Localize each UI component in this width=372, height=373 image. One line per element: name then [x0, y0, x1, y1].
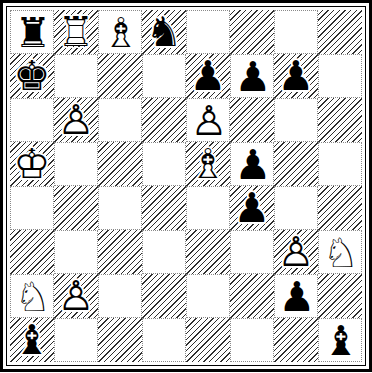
square-h8[interactable]	[318, 10, 362, 54]
piece-glyph: ♝	[10, 318, 54, 362]
piece-glyph: ♖	[54, 10, 98, 54]
piece-black-pawn-e7[interactable]: ♟♟	[186, 54, 230, 98]
square-b8[interactable]: ♜♖	[54, 10, 98, 54]
piece-glyph: ♜	[11, 11, 55, 55]
piece-glyph: ♔	[10, 142, 54, 186]
square-e8[interactable]	[186, 10, 230, 54]
piece-black-pawn-g7[interactable]: ♟♟	[274, 54, 318, 98]
square-a7[interactable]: ♚♚	[10, 54, 54, 98]
square-c4[interactable]	[98, 186, 142, 230]
square-b2[interactable]: ♟♙	[54, 274, 98, 318]
piece-glyph: ♙	[54, 274, 98, 318]
piece-glyph: ♘	[11, 275, 55, 319]
square-f4[interactable]: ♟♟	[230, 186, 274, 230]
piece-black-rook-a8[interactable]: ♜♜	[11, 11, 55, 55]
piece-glyph: ♗	[186, 142, 230, 186]
square-d5[interactable]	[142, 142, 186, 186]
piece-black-bishop-h1[interactable]: ♝♝	[319, 319, 363, 363]
board-frame-inner: ♜♜♜♖♝♗♞♞♚♚♟♟♟♟♟♟♟♙♟♙♚♔♝♗♟♟♟♟♟♙♞♘♞♘♟♙♟♟♝♝…	[6, 6, 366, 366]
square-d7[interactable]	[142, 54, 186, 98]
square-h4[interactable]	[318, 186, 362, 230]
piece-glyph: ♟	[275, 275, 319, 319]
square-g8[interactable]	[274, 10, 318, 54]
piece-glyph: ♗	[99, 11, 143, 55]
square-a6[interactable]	[10, 98, 54, 142]
square-d1[interactable]	[142, 318, 186, 362]
piece-glyph: ♚	[10, 54, 54, 98]
square-d8[interactable]: ♞♞	[142, 10, 186, 54]
piece-black-pawn-f7[interactable]: ♟♟	[231, 55, 275, 99]
square-e7[interactable]: ♟♟	[186, 54, 230, 98]
piece-white-bishop-e5[interactable]: ♝♗	[186, 142, 230, 186]
square-h6[interactable]	[318, 98, 362, 142]
piece-glyph: ♟	[231, 55, 275, 99]
square-d2[interactable]	[142, 274, 186, 318]
square-f5[interactable]: ♟♟	[230, 142, 274, 186]
square-e2[interactable]	[186, 274, 230, 318]
square-b1[interactable]	[54, 318, 98, 362]
piece-white-pawn-b6[interactable]: ♟♙	[54, 98, 98, 142]
board-frame: ♜♜♜♖♝♗♞♞♚♚♟♟♟♟♟♟♟♙♟♙♚♔♝♗♟♟♟♟♟♙♞♘♞♘♟♙♟♟♝♝…	[0, 0, 372, 372]
piece-glyph: ♙	[274, 230, 318, 274]
piece-glyph: ♟	[230, 186, 274, 230]
piece-glyph: ♝	[319, 319, 363, 363]
square-h2[interactable]	[318, 274, 362, 318]
piece-black-pawn-g2[interactable]: ♟♟	[275, 275, 319, 319]
square-h7[interactable]	[318, 54, 362, 98]
square-d6[interactable]	[142, 98, 186, 142]
piece-black-knight-d8[interactable]: ♞♞	[142, 10, 186, 54]
piece-black-king-a7[interactable]: ♚♚	[10, 54, 54, 98]
square-e3[interactable]	[186, 230, 230, 274]
square-e1[interactable]	[186, 318, 230, 362]
square-b3[interactable]	[54, 230, 98, 274]
square-g6[interactable]	[274, 98, 318, 142]
square-b7[interactable]	[54, 54, 98, 98]
square-g1[interactable]	[274, 318, 318, 362]
square-f2[interactable]	[230, 274, 274, 318]
square-d3[interactable]	[142, 230, 186, 274]
square-c7[interactable]	[98, 54, 142, 98]
piece-white-knight-a2[interactable]: ♞♘	[11, 275, 55, 319]
square-g4[interactable]	[274, 186, 318, 230]
piece-black-pawn-f4[interactable]: ♟♟	[230, 186, 274, 230]
square-a8[interactable]: ♜♜	[10, 10, 54, 54]
square-a3[interactable]	[10, 230, 54, 274]
square-h1[interactable]: ♝♝	[318, 318, 362, 362]
square-c1[interactable]	[98, 318, 142, 362]
piece-white-knight-h3[interactable]: ♞♘	[319, 231, 363, 275]
square-g2[interactable]: ♟♟	[274, 274, 318, 318]
square-e6[interactable]: ♟♙	[186, 98, 230, 142]
piece-white-pawn-g3[interactable]: ♟♙	[274, 230, 318, 274]
square-b5[interactable]	[54, 142, 98, 186]
piece-white-king-a5[interactable]: ♚♔	[10, 142, 54, 186]
piece-white-rook-b8[interactable]: ♜♖	[54, 10, 98, 54]
piece-white-pawn-b2[interactable]: ♟♙	[54, 274, 98, 318]
square-a5[interactable]: ♚♔	[10, 142, 54, 186]
square-a4[interactable]	[10, 186, 54, 230]
square-f7[interactable]: ♟♟	[230, 54, 274, 98]
square-a2[interactable]: ♞♘	[10, 274, 54, 318]
piece-glyph: ♟	[186, 54, 230, 98]
square-h5[interactable]	[318, 142, 362, 186]
square-f8[interactable]	[230, 10, 274, 54]
piece-glyph: ♞	[142, 10, 186, 54]
square-c8[interactable]: ♝♗	[98, 10, 142, 54]
piece-white-pawn-e6[interactable]: ♟♙	[187, 99, 231, 143]
square-f1[interactable]	[230, 318, 274, 362]
square-c6[interactable]	[98, 98, 142, 142]
square-g5[interactable]	[274, 142, 318, 186]
square-g7[interactable]: ♟♟	[274, 54, 318, 98]
piece-glyph: ♙	[187, 99, 231, 143]
piece-glyph: ♟	[231, 143, 275, 187]
square-c2[interactable]	[98, 274, 142, 318]
square-f3[interactable]	[230, 230, 274, 274]
square-a1[interactable]: ♝♝	[10, 318, 54, 362]
square-f6[interactable]	[230, 98, 274, 142]
square-c5[interactable]	[98, 142, 142, 186]
square-b4[interactable]	[54, 186, 98, 230]
piece-black-pawn-f5[interactable]: ♟♟	[231, 143, 275, 187]
square-e5[interactable]: ♝♗	[186, 142, 230, 186]
chess-board: ♜♜♜♖♝♗♞♞♚♚♟♟♟♟♟♟♟♙♟♙♚♔♝♗♟♟♟♟♟♙♞♘♞♘♟♙♟♟♝♝…	[10, 10, 362, 362]
square-d4[interactable]	[142, 186, 186, 230]
square-b6[interactable]: ♟♙	[54, 98, 98, 142]
square-g3[interactable]: ♟♙	[274, 230, 318, 274]
piece-glyph: ♘	[319, 231, 363, 275]
square-c3[interactable]	[98, 230, 142, 274]
piece-black-bishop-a1[interactable]: ♝♝	[10, 318, 54, 362]
piece-glyph: ♟	[274, 54, 318, 98]
square-e4[interactable]	[186, 186, 230, 230]
piece-white-bishop-c8[interactable]: ♝♗	[99, 11, 143, 55]
square-h3[interactable]: ♞♘	[318, 230, 362, 274]
piece-glyph: ♙	[54, 98, 98, 142]
